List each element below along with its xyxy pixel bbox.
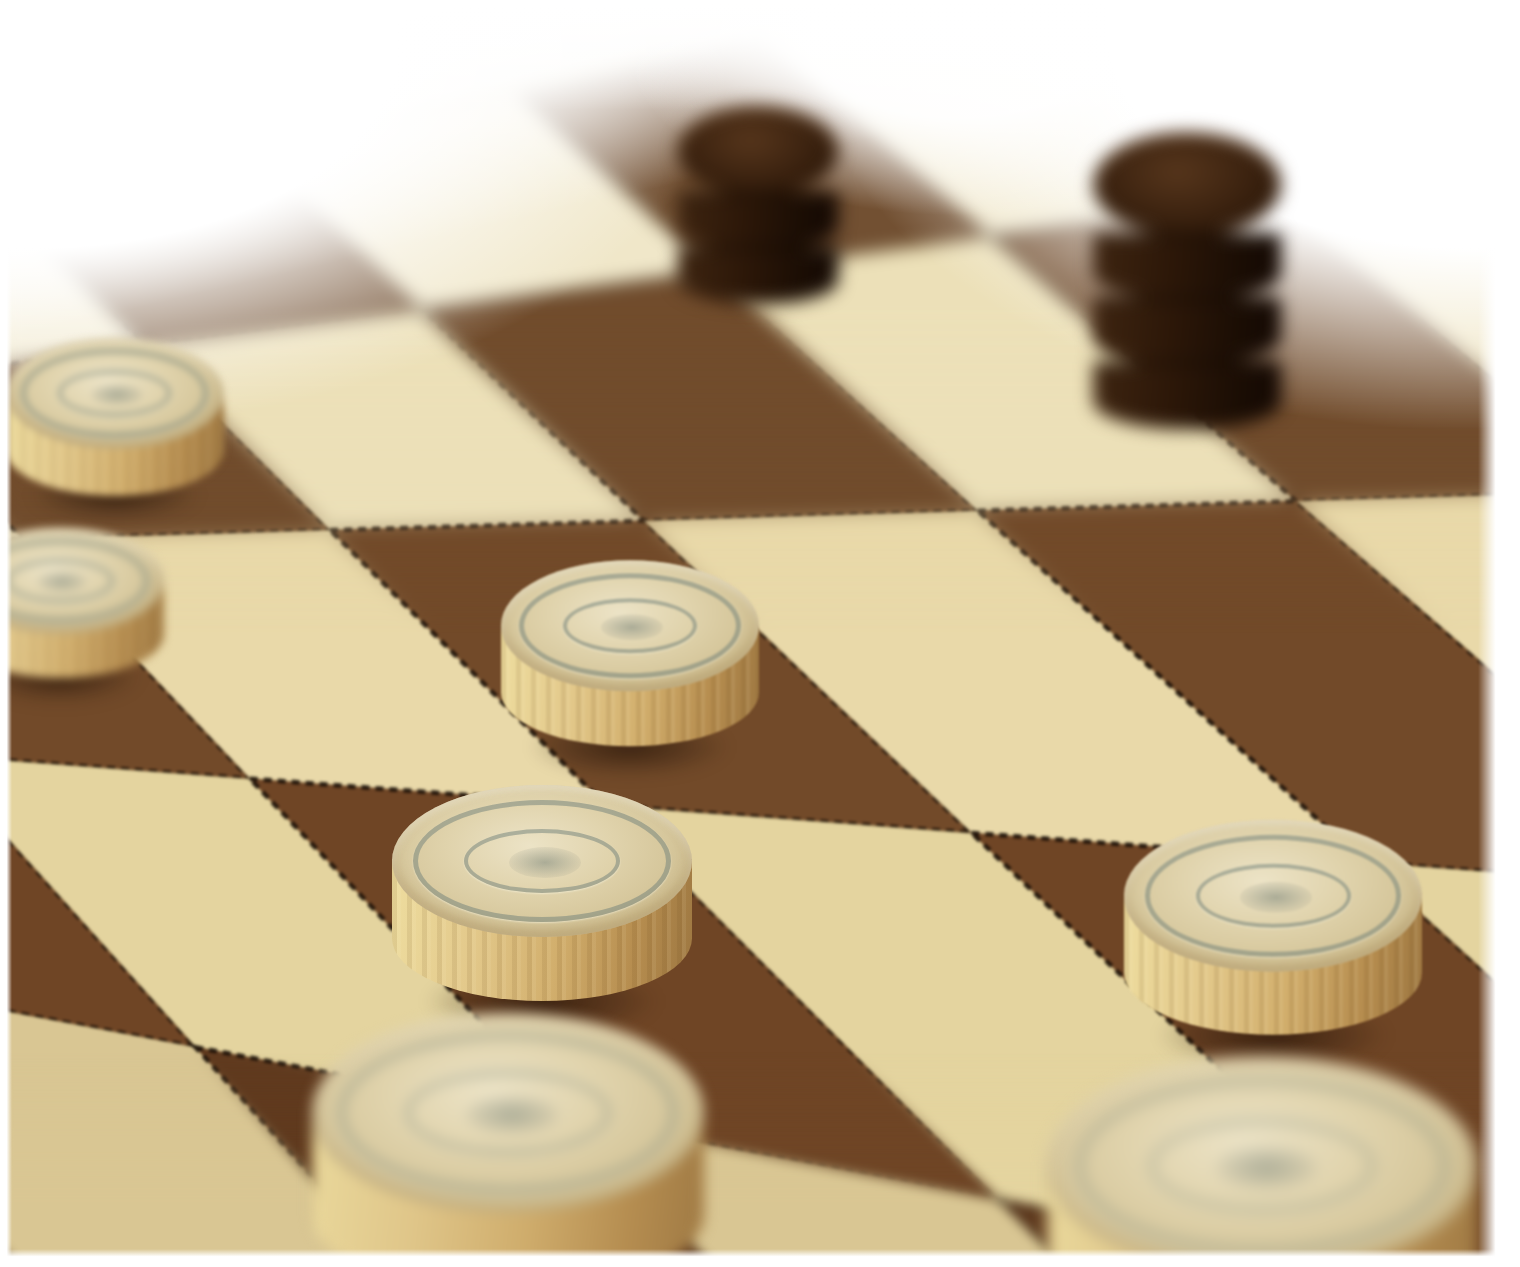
dark-checker-stack-3-dark-stack-b[interactable]	[1093, 132, 1281, 429]
center-dimple	[91, 383, 143, 405]
light-checker-light-3[interactable]	[501, 560, 759, 772]
center-dimple	[601, 614, 663, 640]
checker-top-face	[312, 1013, 704, 1212]
light-checker-light-1[interactable]	[6, 338, 224, 517]
checker-top-face	[6, 338, 224, 449]
stacked-dark-checker	[678, 247, 838, 304]
checker-top-face	[501, 560, 759, 691]
light-checker-light-4[interactable]	[392, 785, 692, 1031]
pieces-layer	[0, 0, 1520, 1267]
light-checker-light-7[interactable]	[1047, 1056, 1477, 1267]
center-dimple	[509, 847, 581, 878]
stacked-dark-checker	[1093, 298, 1281, 365]
light-checker-light-5[interactable]	[1124, 820, 1422, 1064]
stacked-dark-checker	[1093, 362, 1281, 429]
center-dimple	[1240, 882, 1312, 912]
light-checker-light-6[interactable]	[312, 1013, 704, 1267]
stacked-dark-checker	[678, 193, 838, 250]
stack-top-face	[1093, 132, 1281, 237]
checker-top-face	[1047, 1056, 1477, 1267]
checker-top-face	[392, 785, 692, 938]
dark-checker-stack-2-dark-stack-a[interactable]	[678, 106, 838, 304]
stacked-dark-checker	[1093, 234, 1281, 301]
center-dimple	[465, 1095, 559, 1135]
center-dimple	[1215, 1146, 1318, 1190]
light-checker-light-2[interactable]	[0, 528, 164, 699]
stack-top-face	[678, 106, 838, 196]
checker-top-face	[1124, 820, 1422, 972]
checkers-board-photo	[0, 0, 1520, 1267]
